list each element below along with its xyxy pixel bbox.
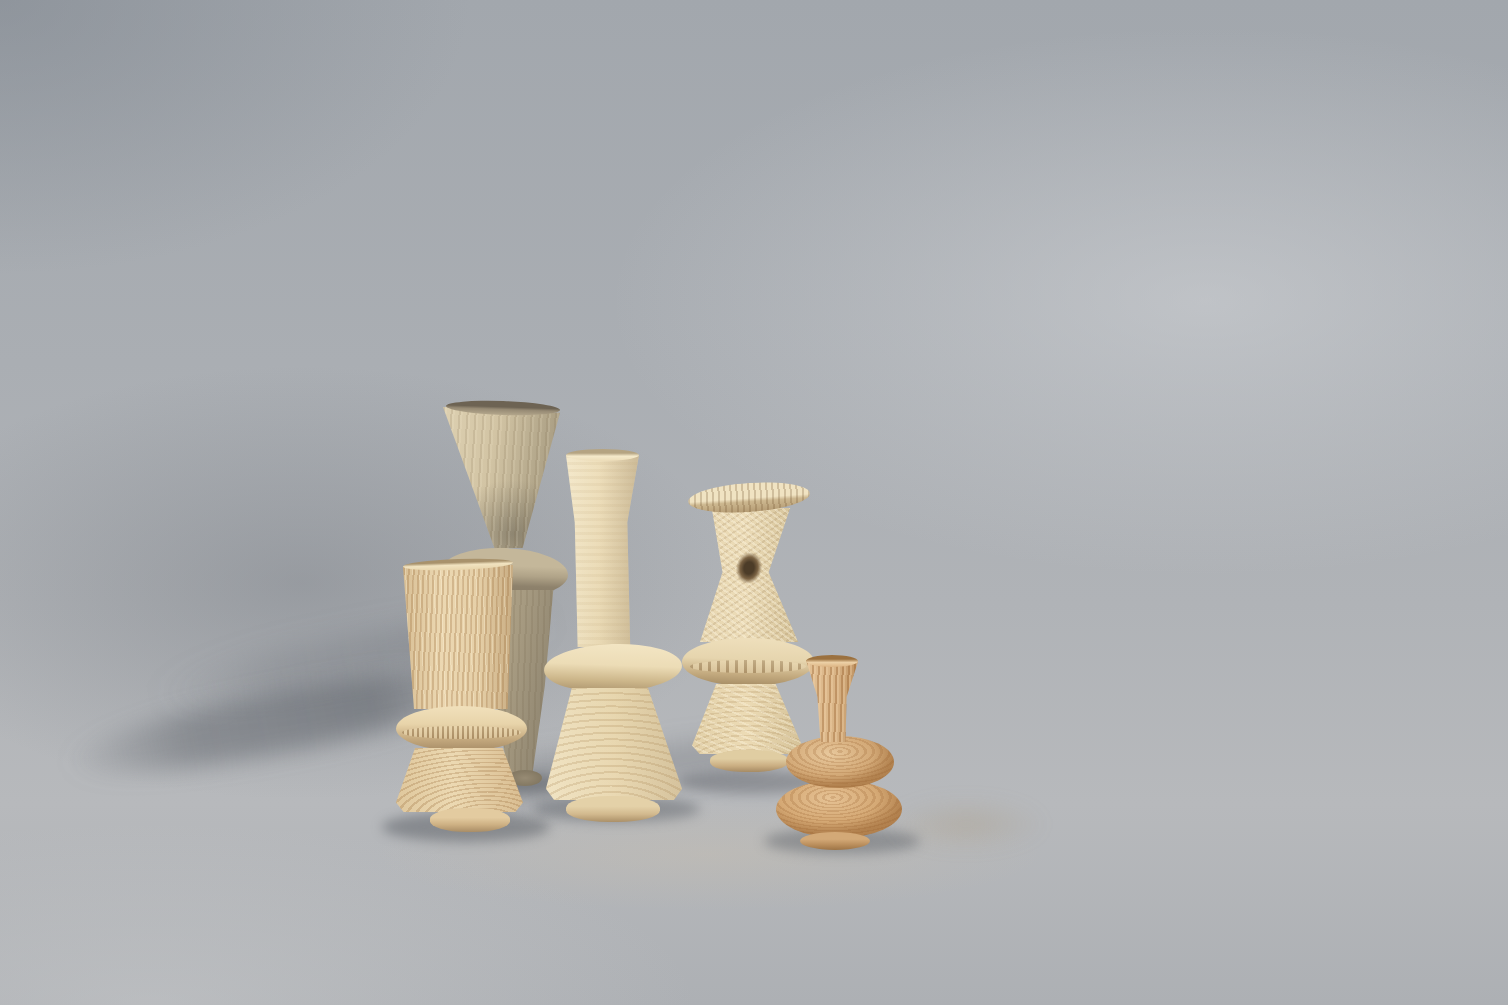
piece-tall-neck <box>538 446 688 824</box>
cylinder-body <box>403 565 513 709</box>
cylinder-foot <box>430 808 510 832</box>
cylinder-collar-ridges <box>402 726 521 739</box>
tallneck-collar-disc <box>543 642 683 695</box>
studio-photo-scene <box>0 0 1508 1005</box>
warm-reflection-floor <box>886 798 1046 850</box>
tallneck-top-rim <box>566 449 639 461</box>
small-top-rim <box>806 655 858 667</box>
tallneck-foot <box>566 796 660 822</box>
small-foot <box>800 832 870 850</box>
piece-small <box>772 650 908 855</box>
trumpet-flat-cap <box>687 479 811 516</box>
small-lower-disc <box>776 780 902 838</box>
small-upper-disc <box>786 736 894 788</box>
piece-cylinder <box>392 558 532 836</box>
tallneck-cone-body <box>546 688 682 800</box>
small-neck <box>806 660 858 742</box>
cylinder-bell-skirt <box>396 748 523 812</box>
tallneck-neck <box>566 455 639 647</box>
